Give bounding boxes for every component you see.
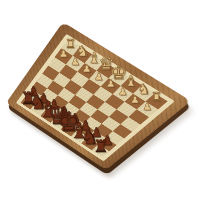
chess-set-product-photo[interactable]: ♜♞♝♛♚♝♞♜♟♟♟♟♟♟♟♟♟♟♟♟♟♟♟♟♜♞♝♛♚♝♞♜ [0,0,200,200]
chess-board [6,22,191,170]
